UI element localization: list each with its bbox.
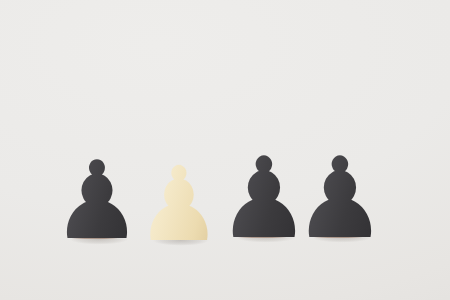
black-pawn-3: ♟: [290, 142, 390, 254]
black-pawn-1: ♟: [49, 147, 146, 255]
black-pawn-icon: ♟: [52, 147, 142, 255]
black-pawn-icon: ♟: [293, 142, 386, 254]
white-pawn-icon: ♟: [136, 153, 222, 256]
white-pawn-1: ♟: [133, 153, 225, 256]
photo-scene: ♟ ♟ ♟ ♟: [0, 0, 450, 300]
